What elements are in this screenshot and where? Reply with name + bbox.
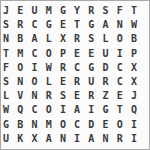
grid-cell[interactable]: I — [84, 103, 98, 117]
grid-cell[interactable]: O — [113, 118, 127, 132]
grid-cell[interactable]: X — [56, 32, 70, 46]
grid-cell[interactable]: G — [56, 4, 70, 18]
grid-cell[interactable]: F — [113, 4, 127, 18]
grid-cell[interactable]: G — [42, 18, 56, 32]
grid-cell[interactable]: X — [27, 132, 41, 146]
grid-cell[interactable]: T — [113, 103, 127, 117]
grid-cell[interactable]: L — [42, 32, 56, 46]
grid-cell[interactable]: S — [84, 32, 98, 46]
grid-cell[interactable]: E — [56, 18, 70, 32]
grid-cell[interactable]: U — [27, 4, 41, 18]
grid-cell[interactable]: O — [42, 47, 56, 61]
grid-cell[interactable]: E — [98, 118, 112, 132]
grid-cell[interactable]: B — [127, 32, 141, 46]
grid-cell[interactable]: X — [127, 61, 141, 75]
grid-cell[interactable]: G — [84, 18, 98, 32]
grid-cell[interactable]: M — [42, 4, 56, 18]
grid-cell[interactable]: P — [127, 47, 141, 61]
grid-cell[interactable]: S — [0, 18, 13, 32]
grid-cell[interactable]: L — [0, 89, 13, 103]
grid-cell[interactable]: E — [70, 47, 84, 61]
grid-cell[interactable]: C — [113, 75, 127, 89]
grid-cell[interactable]: W — [0, 103, 13, 117]
grid-cell[interactable]: O — [27, 75, 41, 89]
grid-cell[interactable]: B — [13, 32, 27, 46]
grid-cell[interactable]: Z — [98, 89, 112, 103]
grid-cell[interactable]: B — [13, 118, 27, 132]
grid-cell[interactable]: L — [98, 32, 112, 46]
grid-cell[interactable]: C — [27, 103, 41, 117]
grid-cell[interactable]: C — [70, 118, 84, 132]
grid-cell[interactable]: E — [84, 47, 98, 61]
grid-cell[interactable]: O — [13, 61, 27, 75]
grid-cell[interactable]: T — [70, 18, 84, 32]
grid-cell[interactable]: J — [0, 4, 13, 18]
grid-cell[interactable]: T — [127, 4, 141, 18]
grid-cell[interactable]: R — [13, 18, 27, 32]
grid-cell[interactable]: D — [84, 118, 98, 132]
grid-cell[interactable]: R — [98, 75, 112, 89]
grid-cell[interactable]: Y — [70, 4, 84, 18]
grid-cell[interactable]: Q — [127, 103, 141, 117]
grid-cell[interactable]: I — [127, 132, 141, 146]
grid-cell[interactable]: G — [0, 118, 13, 132]
grid-cell[interactable]: E — [70, 89, 84, 103]
grid-cell[interactable]: T — [0, 47, 13, 61]
grid-cell[interactable]: R — [113, 132, 127, 146]
grid-cell[interactable]: A — [70, 103, 84, 117]
grid-cell[interactable]: N — [56, 132, 70, 146]
letter-grid: JEUMGYRSFTSRCGETGANWNBALXRSLOBTMCOPEEUIP… — [0, 4, 141, 146]
grid-cell[interactable]: U — [84, 75, 98, 89]
grid-cell[interactable]: S — [98, 4, 112, 18]
grid-cell[interactable]: M — [42, 118, 56, 132]
grid-cell[interactable]: N — [27, 89, 41, 103]
grid-cell[interactable]: V — [13, 89, 27, 103]
grid-cell[interactable]: P — [56, 47, 70, 61]
grid-cell[interactable]: C — [70, 61, 84, 75]
grid-cell[interactable]: R — [56, 61, 70, 75]
grid-cell[interactable]: R — [84, 4, 98, 18]
grid-cell[interactable]: O — [56, 118, 70, 132]
grid-cell[interactable]: J — [127, 89, 141, 103]
grid-cell[interactable]: S — [0, 75, 13, 89]
grid-cell[interactable]: I — [70, 132, 84, 146]
grid-cell[interactable]: O — [113, 32, 127, 46]
grid-cell[interactable]: A — [27, 32, 41, 46]
grid-cell[interactable]: M — [13, 47, 27, 61]
grid-cell[interactable]: W — [127, 18, 141, 32]
grid-cell[interactable]: C — [27, 18, 41, 32]
grid-cell[interactable]: X — [127, 75, 141, 89]
grid-cell[interactable]: N — [27, 118, 41, 132]
grid-cell[interactable]: I — [56, 103, 70, 117]
grid-cell[interactable]: C — [113, 61, 127, 75]
grid-cell[interactable]: E — [113, 89, 127, 103]
grid-cell[interactable]: N — [98, 132, 112, 146]
grid-cell[interactable]: A — [84, 132, 98, 146]
grid-cell[interactable]: N — [0, 32, 13, 46]
grid-cell[interactable]: E — [13, 4, 27, 18]
grid-cell[interactable]: O — [42, 103, 56, 117]
grid-cell[interactable]: G — [98, 103, 112, 117]
grid-cell[interactable]: R — [42, 89, 56, 103]
grid-cell[interactable]: U — [98, 47, 112, 61]
word-search-board: JEUMGYRSFTSRCGETGANWNBALXRSLOBTMCOPEEUIP… — [0, 0, 150, 150]
grid-cell[interactable]: R — [70, 75, 84, 89]
grid-cell[interactable]: A — [42, 132, 56, 146]
grid-cell[interactable]: K — [13, 132, 27, 146]
grid-cell[interactable]: I — [127, 118, 141, 132]
grid-cell[interactable]: L — [42, 75, 56, 89]
grid-cell[interactable]: G — [84, 61, 98, 75]
grid-cell[interactable]: S — [56, 89, 70, 103]
grid-cell[interactable]: I — [113, 47, 127, 61]
grid-cell[interactable]: A — [98, 18, 112, 32]
grid-cell[interactable]: F — [0, 61, 13, 75]
grid-cell[interactable]: N — [113, 18, 127, 32]
grid-cell[interactable]: N — [13, 75, 27, 89]
grid-cell[interactable]: E — [56, 75, 70, 89]
grid-cell[interactable]: I — [27, 61, 41, 75]
grid-cell[interactable]: C — [27, 47, 41, 61]
grid-cell[interactable]: Q — [13, 103, 27, 117]
grid-cell[interactable]: U — [0, 132, 13, 146]
grid-cell[interactable]: W — [42, 61, 56, 75]
grid-cell[interactable]: R — [70, 32, 84, 46]
grid-cell[interactable]: R — [84, 89, 98, 103]
grid-cell[interactable]: D — [98, 61, 112, 75]
